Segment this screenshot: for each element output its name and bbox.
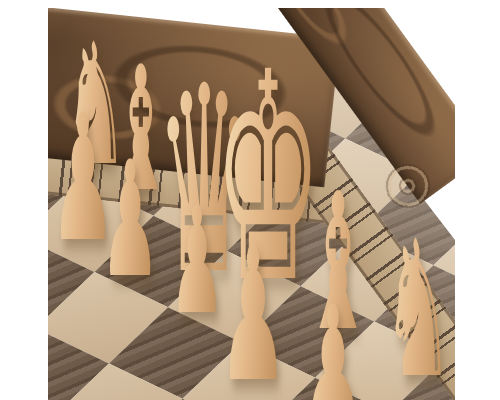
product-photo-canvas: ♞♝♛♚♝♞♟♟♟♟♟ [0,0,500,400]
pieces-layer: ♞♝♛♚♝♞♟♟♟♟♟ [48,8,455,400]
white-knight-g1: ♞ [382,216,453,400]
white-pawn-e2: ♟ [300,283,366,400]
white-pawn-d2: ♟ [218,223,288,400]
product-photo: ♞♝♛♚♝♞♟♟♟♟♟ [48,8,455,400]
white-pawn-b2: ♟ [100,140,160,300]
white-pawn-c2: ♟ [169,187,225,335]
